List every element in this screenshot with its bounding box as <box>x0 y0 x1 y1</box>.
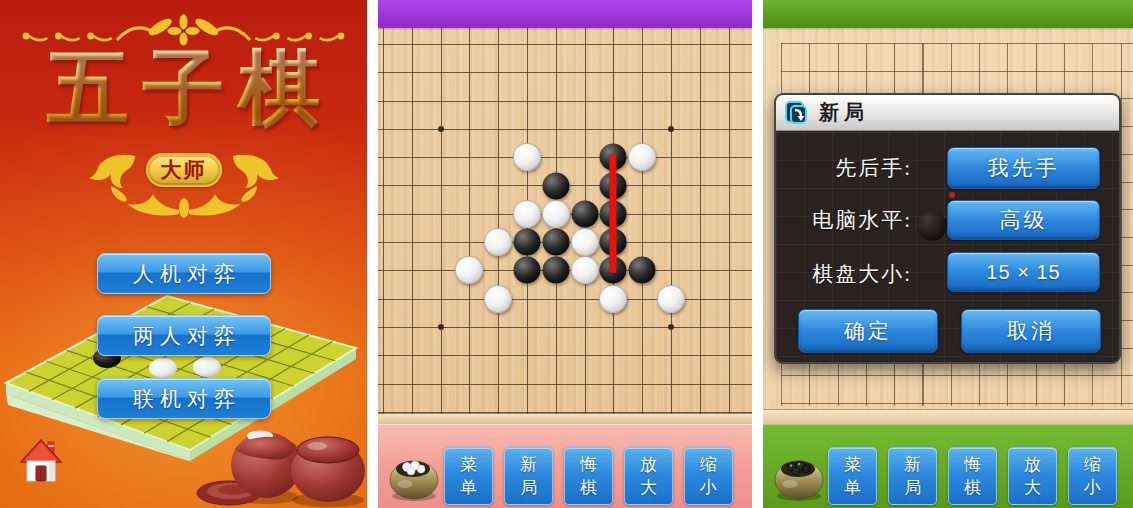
bowl-black-stones-icon <box>772 454 826 502</box>
dialog-screen-top-bar <box>763 0 1133 28</box>
star-point <box>668 126 674 132</box>
board-size-value: 15 × 15 <box>986 261 1060 284</box>
stone-white <box>513 143 541 171</box>
game-bottom-bar: 菜单 新局 悔棋 放大 缩小 <box>378 424 752 508</box>
stone-white <box>484 228 512 256</box>
undo-button[interactable]: 悔棋 <box>948 447 997 505</box>
star-point <box>438 126 444 132</box>
app-title: 五子棋 <box>0 46 367 132</box>
stone-black <box>514 229 541 256</box>
board-bottom-edge <box>378 414 752 424</box>
online-play-button[interactable]: 联机对弈 <box>97 378 271 419</box>
new-game-button[interactable]: 新局 <box>888 447 937 505</box>
stone-black <box>542 172 569 199</box>
stone-black <box>542 257 569 284</box>
stone-white <box>628 143 656 171</box>
gomoku-app-screenshots: 五子棋 大师 <box>0 0 1133 508</box>
stone-behind-dialog <box>917 211 947 241</box>
new-game-dialog: 新局 先后手: 我先手 电脑水平: 高级 棋盘大小: 15 × 15 确定 <box>774 93 1121 364</box>
stone-black <box>542 229 569 256</box>
stone-black <box>571 200 598 227</box>
computer-level-value: 高级 <box>1000 206 1048 234</box>
new-game-icon <box>784 100 810 126</box>
stone-white <box>571 228 599 256</box>
badge-text: 大师 <box>161 156 207 184</box>
game-top-bar <box>378 0 752 28</box>
stone-white <box>657 285 685 313</box>
new-game-dialog-screen: 新局 先后手: 我先手 电脑水平: 高级 棋盘大小: 15 × 15 确定 <box>763 0 1133 508</box>
bowl-white-stones-icon <box>387 454 441 502</box>
dialog-body: 先后手: 我先手 电脑水平: 高级 棋盘大小: 15 × 15 确定 取消 <box>776 132 1119 362</box>
computer-level-select[interactable]: 高级 <box>947 200 1100 240</box>
home-screen: 五子棋 大师 <box>0 0 367 508</box>
stone-white <box>599 285 627 313</box>
stone-black <box>514 257 541 284</box>
game-screen: 菜单 新局 悔棋 放大 缩小 <box>378 0 752 508</box>
last-move-dot <box>949 192 955 198</box>
new-game-button[interactable]: 新局 <box>504 447 553 505</box>
zoom-out-button[interactable]: 缩小 <box>1068 447 1117 505</box>
menu-button[interactable]: 菜单 <box>444 447 493 505</box>
board-area <box>378 28 752 424</box>
two-player-button[interactable]: 两人对弈 <box>97 315 271 356</box>
cancel-button[interactable]: 取消 <box>961 309 1101 353</box>
ok-button[interactable]: 确定 <box>798 309 938 353</box>
home-icon[interactable] <box>20 437 62 483</box>
stone-bowls-icon <box>191 413 367 508</box>
stone-white <box>542 200 570 228</box>
stone-white <box>513 200 541 228</box>
zoom-in-button[interactable]: 放大 <box>1008 447 1057 505</box>
board-size-label: 棋盘大小: <box>776 261 912 287</box>
dialog-screen-bottom-bar: 菜单 新局 悔棋 放大 缩小 <box>763 424 1133 508</box>
first-move-value: 我先手 <box>988 154 1060 182</box>
flourish-ornament <box>89 184 279 220</box>
ok-label: 确定 <box>844 317 892 345</box>
menu-button[interactable]: 菜单 <box>828 447 877 505</box>
computer-level-label: 电脑水平: <box>776 207 912 233</box>
stone-white <box>484 285 512 313</box>
dialog-title-bar: 新局 <box>776 95 1119 131</box>
first-move-label: 先后手: <box>776 155 912 181</box>
dialog-title: 新局 <box>819 99 869 126</box>
board-size-select[interactable]: 15 × 15 <box>947 252 1100 292</box>
first-move-select[interactable]: 我先手 <box>947 147 1100 189</box>
zoom-in-button[interactable]: 放大 <box>624 447 673 505</box>
star-point <box>668 324 674 330</box>
two-player-label: 两人对弈 <box>127 322 241 350</box>
stones-layer <box>378 28 752 424</box>
master-badge: 大师 <box>146 153 222 187</box>
stone-white <box>455 256 483 284</box>
star-point <box>438 324 444 330</box>
play-vs-computer-button[interactable]: 人机对弈 <box>97 253 271 294</box>
online-play-label: 联机对弈 <box>127 385 241 413</box>
zoom-out-button[interactable]: 缩小 <box>684 447 733 505</box>
win-line <box>610 154 617 273</box>
stone-white <box>571 256 599 284</box>
board-bottom-edge <box>763 410 1133 424</box>
stone-black <box>629 257 656 284</box>
cancel-label: 取消 <box>1007 317 1055 345</box>
undo-button[interactable]: 悔棋 <box>564 447 613 505</box>
play-vs-computer-label: 人机对弈 <box>127 260 241 288</box>
